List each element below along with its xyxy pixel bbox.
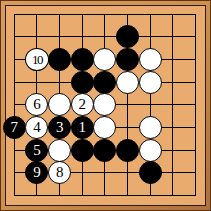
grid-line-vertical — [172, 14, 173, 196]
white-stone-move-8: 8 — [48, 161, 71, 184]
black-stone — [93, 139, 116, 162]
white-stone — [93, 93, 116, 116]
white-stone-move-6: 6 — [25, 93, 48, 116]
white-stone — [139, 139, 162, 162]
white-stone — [139, 71, 162, 94]
white-stone — [116, 71, 139, 94]
black-stone — [139, 161, 162, 184]
black-stone-move-7: 7 — [3, 116, 26, 139]
white-stone — [139, 116, 162, 139]
white-stone — [48, 93, 71, 116]
black-stone-move-9: 9 — [25, 161, 48, 184]
grid-line-vertical — [195, 14, 196, 196]
black-stone — [71, 71, 94, 94]
black-stone-move-5: 5 — [25, 139, 48, 162]
black-stone-move-3: 3 — [48, 116, 71, 139]
white-stone-move-2: 2 — [71, 93, 94, 116]
black-stone-move-1: 1 — [71, 116, 94, 139]
black-stone — [71, 139, 94, 162]
white-stone — [93, 48, 116, 71]
board-surface: 10627431598 — [5, 5, 206, 206]
black-stone — [93, 71, 116, 94]
white-stone-move-10: 10 — [25, 48, 49, 71]
black-stone — [48, 48, 71, 71]
white-stone — [93, 116, 116, 139]
black-stone — [116, 139, 139, 162]
grid-line-horizontal — [14, 195, 196, 196]
white-stone — [48, 139, 71, 162]
white-stone-move-4: 4 — [25, 116, 48, 139]
black-stone — [71, 48, 94, 71]
black-stone — [116, 48, 139, 71]
black-stone — [116, 25, 139, 48]
go-board: 10627431598 — [0, 0, 211, 211]
white-stone — [139, 48, 162, 71]
